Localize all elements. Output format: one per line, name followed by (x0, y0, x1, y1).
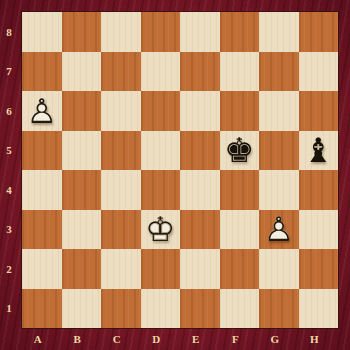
square-a8[interactable] (22, 12, 62, 52)
black-king[interactable]: ♚ (220, 131, 260, 171)
piece-glyph: ♝ (303, 133, 333, 167)
square-c2[interactable] (101, 249, 141, 289)
square-h3[interactable] (299, 210, 339, 250)
square-b3[interactable] (62, 210, 102, 250)
file-label-d: D (137, 329, 177, 349)
square-d7[interactable] (141, 52, 181, 92)
square-c3[interactable] (101, 210, 141, 250)
rank-label-3: 3 (0, 210, 18, 250)
piece-outline-layer: ♙ (27, 94, 57, 128)
square-a1[interactable] (22, 289, 62, 329)
file-label-b: B (58, 329, 98, 349)
white-pawn[interactable]: ♟♙ (259, 210, 299, 250)
rank-label-7: 7 (0, 52, 18, 92)
white-king[interactable]: ♚♔ (141, 210, 181, 250)
square-c7[interactable] (101, 52, 141, 92)
square-d5[interactable] (141, 131, 181, 171)
black-bishop[interactable]: ♝ (299, 131, 339, 171)
square-d6[interactable] (141, 91, 181, 131)
square-e5[interactable] (180, 131, 220, 171)
rank-label-2: 2 (0, 249, 18, 289)
square-e4[interactable] (180, 170, 220, 210)
square-d2[interactable] (141, 249, 181, 289)
square-g6[interactable] (259, 91, 299, 131)
square-e1[interactable] (180, 289, 220, 329)
square-b8[interactable] (62, 12, 102, 52)
file-label-e: E (176, 329, 216, 349)
file-label-f: F (216, 329, 256, 349)
square-c4[interactable] (101, 170, 141, 210)
square-f1[interactable] (220, 289, 260, 329)
square-c1[interactable] (101, 289, 141, 329)
square-e6[interactable] (180, 91, 220, 131)
square-c8[interactable] (101, 12, 141, 52)
square-h1[interactable] (299, 289, 339, 329)
square-a4[interactable] (22, 170, 62, 210)
square-a2[interactable] (22, 249, 62, 289)
square-d1[interactable] (141, 289, 181, 329)
square-f6[interactable] (220, 91, 260, 131)
square-b6[interactable] (62, 91, 102, 131)
square-g5[interactable] (259, 131, 299, 171)
file-label-c: C (97, 329, 137, 349)
square-e2[interactable] (180, 249, 220, 289)
square-h4[interactable] (299, 170, 339, 210)
square-b2[interactable] (62, 249, 102, 289)
chessboard-window: ♟♙♚♝♚♔♟♙ 87654321ABCDEFGH (0, 0, 350, 350)
square-d3[interactable]: ♚♔ (141, 210, 181, 250)
square-b7[interactable] (62, 52, 102, 92)
square-c5[interactable] (101, 131, 141, 171)
file-label-h: H (295, 329, 335, 349)
square-f4[interactable] (220, 170, 260, 210)
white-pawn[interactable]: ♟♙ (22, 91, 62, 131)
square-e8[interactable] (180, 12, 220, 52)
square-h5[interactable]: ♝ (299, 131, 339, 171)
file-label-a: A (18, 329, 58, 349)
square-g1[interactable] (259, 289, 299, 329)
square-a6[interactable]: ♟♙ (22, 91, 62, 131)
rank-label-8: 8 (0, 12, 18, 52)
piece-outline-layer: ♔ (145, 212, 175, 246)
square-b4[interactable] (62, 170, 102, 210)
square-d4[interactable] (141, 170, 181, 210)
square-g4[interactable] (259, 170, 299, 210)
square-g7[interactable] (259, 52, 299, 92)
square-f8[interactable] (220, 12, 260, 52)
square-f7[interactable] (220, 52, 260, 92)
square-a7[interactable] (22, 52, 62, 92)
piece-glyph: ♚ (224, 133, 254, 167)
square-c6[interactable] (101, 91, 141, 131)
square-h7[interactable] (299, 52, 339, 92)
file-label-g: G (255, 329, 295, 349)
square-a3[interactable] (22, 210, 62, 250)
square-b5[interactable] (62, 131, 102, 171)
square-e3[interactable] (180, 210, 220, 250)
square-g3[interactable]: ♟♙ (259, 210, 299, 250)
square-f2[interactable] (220, 249, 260, 289)
square-h6[interactable] (299, 91, 339, 131)
rank-label-4: 4 (0, 170, 18, 210)
piece-outline-layer: ♙ (264, 212, 294, 246)
square-g8[interactable] (259, 12, 299, 52)
square-a5[interactable] (22, 131, 62, 171)
square-b1[interactable] (62, 289, 102, 329)
square-h8[interactable] (299, 12, 339, 52)
square-e7[interactable] (180, 52, 220, 92)
rank-label-1: 1 (0, 289, 18, 329)
square-g2[interactable] (259, 249, 299, 289)
square-f5[interactable]: ♚ (220, 131, 260, 171)
chess-board: ♟♙♚♝♚♔♟♙ (22, 12, 338, 328)
square-h2[interactable] (299, 249, 339, 289)
rank-label-6: 6 (0, 91, 18, 131)
square-f3[interactable] (220, 210, 260, 250)
square-d8[interactable] (141, 12, 181, 52)
rank-label-5: 5 (0, 131, 18, 171)
